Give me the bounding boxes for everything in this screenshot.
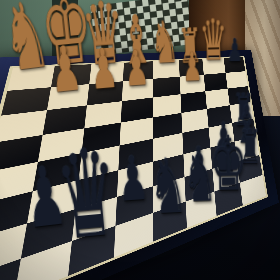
chess-board bbox=[0, 50, 279, 280]
photo-scene: ♞♚♛♝♞♜♛♟♟♟♟♟♜♟♝♟♟♟♟♜♛♞♞♚ bbox=[0, 0, 280, 280]
board-field bbox=[0, 57, 266, 280]
